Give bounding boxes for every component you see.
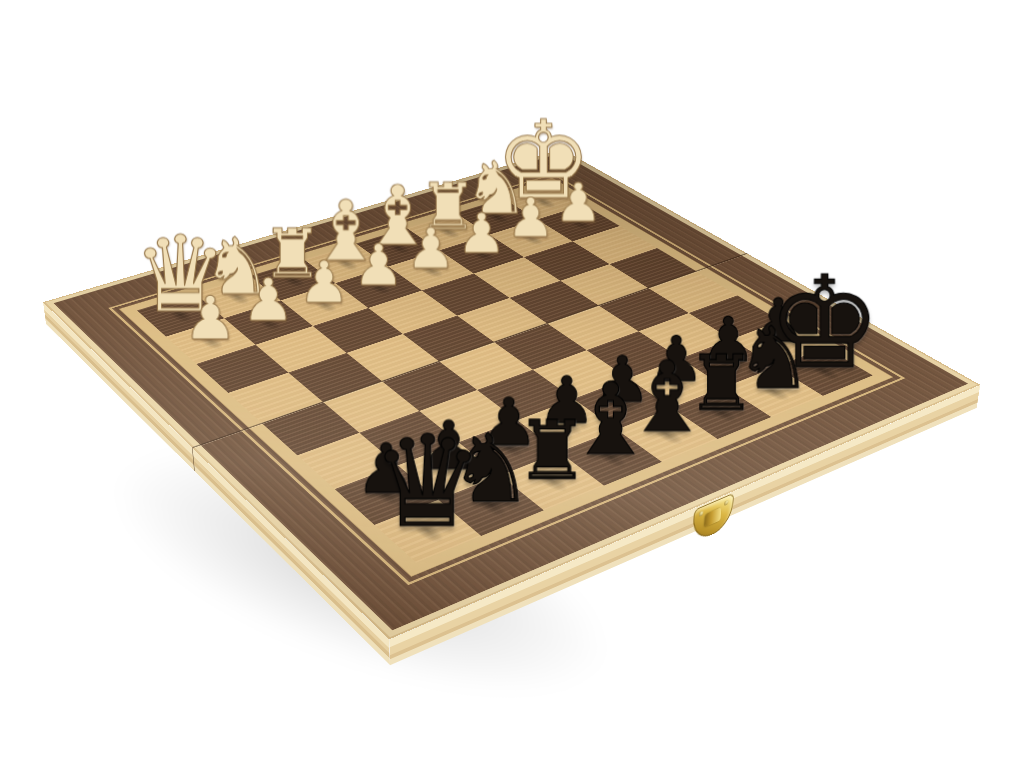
clasp-screw-icon [699, 510, 704, 517]
clasp-screw-icon [724, 500, 729, 507]
product-photo-stage: ♛♞♜♝♝♜♞♚♟♟♟♟♟♟♟♟♟♟♟♟♟♟♟♟♛♞♜♝♝♜♞♚ [0, 0, 1024, 768]
fold-seam-edge-cut [192, 447, 195, 472]
clasp-knob [705, 507, 722, 527]
black-queen[interactable]: ♛ [371, 419, 485, 546]
